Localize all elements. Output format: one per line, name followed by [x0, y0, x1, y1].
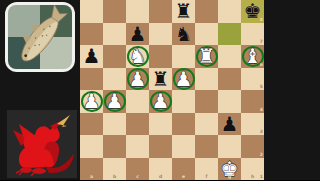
square-g2[interactable] [218, 135, 241, 158]
white-knight[interactable]: ♞ [126, 45, 149, 68]
black-rook[interactable]: ♜ [172, 0, 195, 23]
square-c7[interactable]: ♟ [126, 23, 149, 46]
square-g5[interactable] [218, 68, 241, 91]
square-b6[interactable] [103, 45, 126, 68]
square-d2[interactable] [149, 135, 172, 158]
square-a2[interactable] [80, 135, 103, 158]
square-h1[interactable]: h1 [241, 158, 264, 181]
white-pawn[interactable]: ♟ [103, 90, 126, 113]
square-h2[interactable]: 2 [241, 135, 264, 158]
square-a7[interactable] [80, 23, 103, 46]
square-b5[interactable] [103, 68, 126, 91]
stockfish-engine-avatar [5, 2, 75, 72]
square-c2[interactable] [126, 135, 149, 158]
square-e7[interactable]: ♞ [172, 23, 195, 46]
square-g1[interactable]: ♚g [218, 158, 241, 181]
rank-label-4: 4 [260, 108, 263, 113]
square-d6[interactable] [149, 45, 172, 68]
white-pawn[interactable]: ♟ [80, 90, 103, 113]
square-f6[interactable]: ♜ [195, 45, 218, 68]
square-a4[interactable]: ♟ [80, 90, 103, 113]
square-b8[interactable] [103, 0, 126, 23]
square-d5[interactable]: ♜ [149, 68, 172, 91]
square-e6[interactable] [172, 45, 195, 68]
rank-label-8: 8 [260, 18, 263, 23]
file-label-a: a [80, 175, 103, 180]
dragon-icon [7, 110, 77, 178]
black-pawn[interactable]: ♟ [218, 113, 241, 136]
square-a6[interactable]: ♟ [80, 45, 103, 68]
rank-label-2: 2 [260, 153, 263, 158]
square-d4[interactable]: ♟ [149, 90, 172, 113]
square-c6[interactable]: ♞ [126, 45, 149, 68]
rank-label-5: 5 [260, 85, 263, 90]
square-e1[interactable]: e [172, 158, 195, 181]
white-pawn[interactable]: ♟ [149, 90, 172, 113]
square-h4[interactable]: 4 [241, 90, 264, 113]
black-pawn[interactable]: ♟ [126, 23, 149, 46]
white-rook[interactable]: ♜ [195, 45, 218, 68]
square-g6[interactable] [218, 45, 241, 68]
square-e2[interactable] [172, 135, 195, 158]
black-knight[interactable]: ♞ [172, 23, 195, 46]
white-pawn[interactable]: ♟ [126, 68, 149, 91]
square-h3[interactable]: 3 [241, 113, 264, 136]
square-f5[interactable] [195, 68, 218, 91]
white-pawn[interactable]: ♟ [172, 68, 195, 91]
square-e8[interactable]: ♜ [172, 0, 195, 23]
komodo-engine-avatar [7, 110, 77, 178]
square-c1[interactable]: c [126, 158, 149, 181]
square-d3[interactable] [149, 113, 172, 136]
square-b4[interactable]: ♟ [103, 90, 126, 113]
square-c4[interactable] [126, 90, 149, 113]
chess-board: ♜♚8♟♞7♟♞♜♝6♟♜♟5♟♟♟4♟32abcdef♚gh1 [80, 0, 264, 180]
square-g7[interactable] [218, 23, 241, 46]
square-a1[interactable]: a [80, 158, 103, 181]
square-h5[interactable]: 5 [241, 68, 264, 91]
file-label-g: g [218, 175, 241, 180]
square-h6[interactable]: ♝6 [241, 45, 264, 68]
fish-icon [8, 5, 72, 69]
square-e5[interactable]: ♟ [172, 68, 195, 91]
square-b3[interactable] [103, 113, 126, 136]
square-f8[interactable] [195, 0, 218, 23]
square-f3[interactable] [195, 113, 218, 136]
square-d1[interactable]: d [149, 158, 172, 181]
square-h7[interactable]: 7 [241, 23, 264, 46]
square-d7[interactable] [149, 23, 172, 46]
square-e3[interactable] [172, 113, 195, 136]
square-d8[interactable] [149, 0, 172, 23]
square-a3[interactable] [80, 113, 103, 136]
video-frame: ♜♚8♟♞7♟♞♜♝6♟♜♟5♟♟♟4♟32abcdef♚gh1 [0, 0, 320, 180]
square-h8[interactable]: ♚8 [241, 0, 264, 23]
square-f2[interactable] [195, 135, 218, 158]
rank-label-1: 1 [260, 175, 263, 180]
square-c3[interactable] [126, 113, 149, 136]
square-g8[interactable] [218, 0, 241, 23]
square-c8[interactable] [126, 0, 149, 23]
square-c5[interactable]: ♟ [126, 68, 149, 91]
square-a5[interactable] [80, 68, 103, 91]
square-a8[interactable] [80, 0, 103, 23]
square-b2[interactable] [103, 135, 126, 158]
file-label-b: b [103, 175, 126, 180]
file-label-e: e [172, 175, 195, 180]
square-g4[interactable] [218, 90, 241, 113]
square-e4[interactable] [172, 90, 195, 113]
square-f4[interactable] [195, 90, 218, 113]
square-b7[interactable] [103, 23, 126, 46]
checkered-backdrop [8, 5, 72, 69]
rank-label-6: 6 [260, 63, 263, 68]
rank-label-3: 3 [260, 130, 263, 135]
black-rook[interactable]: ♜ [149, 68, 172, 91]
file-label-f: f [195, 175, 218, 180]
file-label-c: c [126, 175, 149, 180]
square-f7[interactable] [195, 23, 218, 46]
file-label-d: d [149, 175, 172, 180]
square-f1[interactable]: f [195, 158, 218, 181]
square-b1[interactable]: b [103, 158, 126, 181]
black-pawn[interactable]: ♟ [80, 45, 103, 68]
square-g3[interactable]: ♟ [218, 113, 241, 136]
